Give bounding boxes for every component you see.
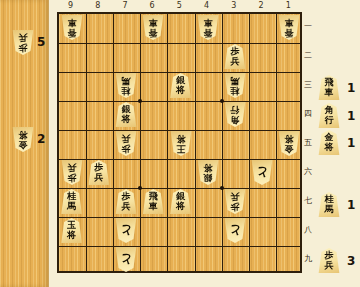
piece-kanji: 将 <box>325 143 334 153</box>
piece-kanji: 歩 <box>67 173 76 183</box>
file-label: 7 <box>111 1 138 10</box>
piece-kanji: 馬 <box>67 202 76 212</box>
piece-kanji: と <box>120 224 132 237</box>
board-grid-line <box>86 14 87 271</box>
board-grid-line <box>276 14 277 271</box>
shogi-piece[interactable]: と <box>251 160 273 185</box>
sente-hand-count: 3 <box>347 254 355 268</box>
piece-kanji: 車 <box>149 18 158 28</box>
board-grid-line <box>59 188 300 189</box>
board-grid-line <box>140 14 141 271</box>
file-label: 1 <box>275 1 302 10</box>
gote-hand-count: 2 <box>37 132 45 146</box>
piece-kanji: 兵 <box>122 202 131 212</box>
shogi-piece[interactable]: 桂馬 <box>115 73 137 98</box>
shogi-piece[interactable]: 王将 <box>170 131 192 156</box>
rank-label: 六 <box>303 166 313 177</box>
board-grid-line <box>59 159 300 160</box>
shogi-piece[interactable]: 歩兵 <box>224 44 246 69</box>
rank-label: 五 <box>303 137 313 148</box>
board-grid-line <box>249 14 250 271</box>
shogi-piece[interactable]: 歩兵 <box>115 189 137 214</box>
piece-kanji: 馬 <box>325 205 334 215</box>
rank-label: 一 <box>303 21 313 32</box>
piece-kanji: 銀 <box>203 173 212 183</box>
shogi-piece[interactable]: 飛車 <box>142 189 164 214</box>
shogi-piece[interactable]: と <box>224 218 246 243</box>
piece-kanji: 馬 <box>122 76 131 86</box>
board-grid-line <box>59 217 300 218</box>
piece-kanji: 兵 <box>67 163 76 173</box>
shogi-board[interactable]: 香車香車香車香車歩兵桂馬銀将桂馬銀将角行歩兵王将金将歩兵歩兵銀将と桂馬歩兵飛車銀… <box>57 12 302 273</box>
piece-kanji: 将 <box>19 130 28 140</box>
sente-hand-count: 1 <box>347 198 355 212</box>
file-label: 9 <box>57 1 84 10</box>
shogi-piece[interactable]: と <box>115 218 137 243</box>
shogi-piece[interactable]: 香車 <box>278 15 300 40</box>
hoshi-dot <box>220 99 224 103</box>
piece-kanji: 行 <box>230 105 239 115</box>
sente-hand-count: 1 <box>347 109 355 123</box>
shogi-piece[interactable]: 歩兵 <box>88 160 110 185</box>
piece-kanji: 兵 <box>325 261 334 271</box>
piece-kanji: 将 <box>67 231 76 241</box>
piece-kanji: 桂 <box>122 86 131 96</box>
piece-kanji: 金 <box>285 144 294 154</box>
piece-kanji: 兵 <box>94 173 103 183</box>
piece-kanji: 兵 <box>122 134 131 144</box>
board-grid-line <box>59 246 300 247</box>
piece-kanji: 兵 <box>230 57 239 67</box>
rank-label: 四 <box>303 108 313 119</box>
piece-kanji: 車 <box>149 202 158 212</box>
rank-label: 二 <box>303 50 313 61</box>
rank-label: 三 <box>303 79 313 90</box>
piece-kanji: 将 <box>176 86 185 96</box>
piece-kanji: 車 <box>67 18 76 28</box>
board-grid-line <box>59 43 300 44</box>
shogi-piece[interactable]: 歩兵 <box>61 160 83 185</box>
board-grid-line <box>195 14 196 271</box>
shogi-app: { "game": "shogi", "turn_indicator": "先手… <box>0 0 360 287</box>
hoshi-dot <box>220 186 224 190</box>
shogi-piece[interactable]: 銀将 <box>197 160 219 185</box>
shogi-piece[interactable]: 香車 <box>142 15 164 40</box>
piece-kanji: 将 <box>122 115 131 125</box>
board-grid-line <box>222 14 223 271</box>
shogi-piece[interactable]: 歩兵 <box>115 131 137 156</box>
sente-hand-count: 1 <box>347 136 355 150</box>
board-grid-line <box>59 130 300 131</box>
piece-kanji: 香 <box>149 28 158 38</box>
piece-kanji: 車 <box>325 88 334 98</box>
piece-kanji: 香 <box>203 28 212 38</box>
file-label: 8 <box>84 1 111 10</box>
shogi-piece[interactable]: 香車 <box>197 15 219 40</box>
rank-label: 九 <box>303 253 313 264</box>
shogi-piece[interactable]: 玉将 <box>61 218 83 243</box>
board-grid-line <box>167 14 168 271</box>
piece-kanji: 行 <box>325 116 334 126</box>
piece-kanji: 香 <box>67 28 76 38</box>
file-label: 4 <box>193 1 220 10</box>
piece-kanji: 歩 <box>19 43 28 53</box>
piece-kanji: 金 <box>19 140 28 150</box>
piece-kanji: 馬 <box>230 76 239 86</box>
piece-kanji: 桂 <box>230 86 239 96</box>
shogi-piece[interactable]: 銀将 <box>115 102 137 127</box>
file-label: 5 <box>166 1 193 10</box>
file-label: 3 <box>220 1 247 10</box>
piece-kanji: 兵 <box>230 192 239 202</box>
hoshi-dot <box>138 186 142 190</box>
piece-kanji: と <box>256 166 268 179</box>
rank-label: 八 <box>303 224 313 235</box>
hoshi-dot <box>138 99 142 103</box>
board-grid-line <box>59 101 300 102</box>
piece-kanji: 角 <box>230 115 239 125</box>
board-grid-line <box>113 14 114 271</box>
piece-kanji: 王 <box>176 144 185 154</box>
shogi-piece[interactable]: 銀将 <box>170 189 192 214</box>
piece-kanji: 将 <box>176 202 185 212</box>
piece-kanji: 歩 <box>122 144 131 154</box>
piece-kanji: と <box>229 224 241 237</box>
gote-hand-count: 5 <box>37 35 45 49</box>
shogi-piece[interactable]: 桂馬 <box>224 73 246 98</box>
piece-kanji: 兵 <box>19 33 28 43</box>
shogi-piece[interactable]: 歩兵 <box>224 189 246 214</box>
shogi-piece[interactable]: 銀将 <box>170 73 192 98</box>
piece-kanji: 車 <box>285 18 294 28</box>
shogi-piece[interactable]: 金将 <box>278 131 300 156</box>
piece-kanji: と <box>120 253 132 266</box>
file-label: 2 <box>248 1 275 10</box>
shogi-piece[interactable]: と <box>115 247 137 272</box>
piece-kanji: 将 <box>203 163 212 173</box>
board-grid-line <box>59 72 300 73</box>
rank-label: 七 <box>303 195 313 206</box>
file-label: 6 <box>139 1 166 10</box>
sente-hand-count: 1 <box>347 81 355 95</box>
shogi-piece[interactable]: 桂馬 <box>61 189 83 214</box>
piece-kanji: 車 <box>203 18 212 28</box>
piece-kanji: 将 <box>176 134 185 144</box>
piece-kanji: 香 <box>285 28 294 38</box>
shogi-piece[interactable]: 香車 <box>61 15 83 40</box>
piece-kanji: 歩 <box>230 202 239 212</box>
piece-kanji: 将 <box>285 134 294 144</box>
shogi-piece[interactable]: 角行 <box>224 102 246 127</box>
